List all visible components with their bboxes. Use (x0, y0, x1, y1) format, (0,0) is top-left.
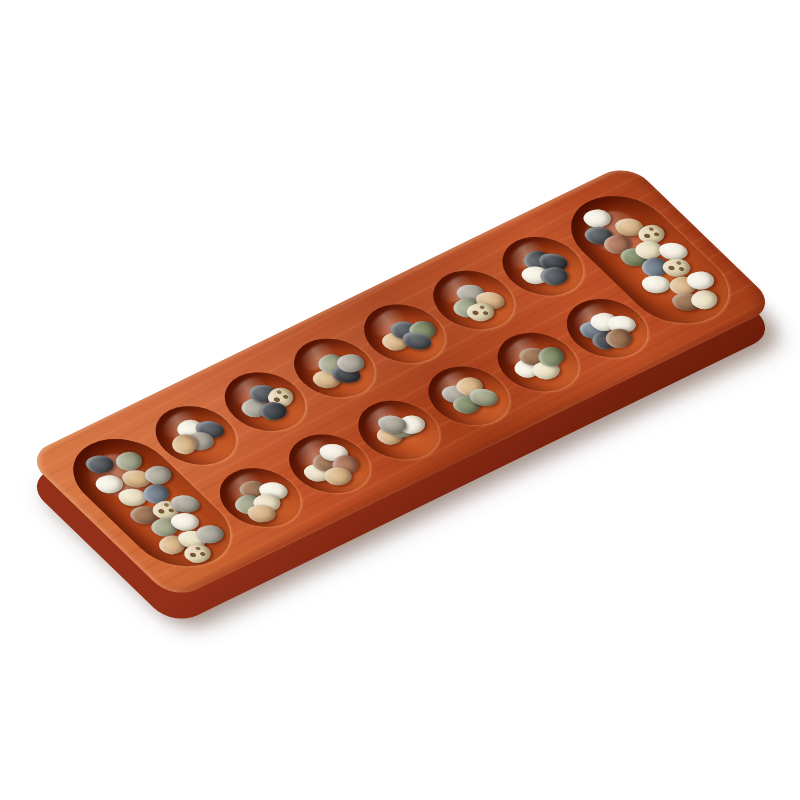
stone-charcoal (82, 453, 118, 476)
product-photo (0, 0, 800, 800)
